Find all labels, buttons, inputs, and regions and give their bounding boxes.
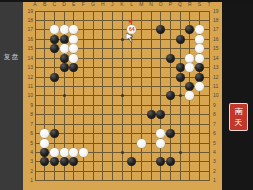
board-vline bbox=[141, 11, 142, 181]
row-label-right: 19 bbox=[213, 9, 222, 14]
row-label-right: 11 bbox=[213, 84, 222, 89]
row-label-right: 4 bbox=[213, 150, 222, 155]
row-label-right: 10 bbox=[213, 93, 222, 98]
row-label-right: 15 bbox=[213, 46, 222, 51]
row-label-left: 16 bbox=[24, 37, 33, 42]
row-label-left: 12 bbox=[24, 75, 33, 80]
row-label-right: 12 bbox=[213, 75, 222, 80]
black-stone bbox=[176, 63, 185, 72]
star-point bbox=[179, 151, 182, 154]
row-label-left: 6 bbox=[24, 131, 33, 136]
black-stone bbox=[50, 44, 59, 53]
col-label: G bbox=[90, 2, 96, 7]
black-stone bbox=[50, 35, 59, 44]
white-stone bbox=[40, 139, 49, 148]
white-stone bbox=[69, 35, 78, 44]
black-stone bbox=[50, 157, 59, 166]
row-label-left: 11 bbox=[24, 84, 33, 89]
black-stone bbox=[40, 148, 49, 157]
row-label-left: 7 bbox=[24, 122, 33, 127]
row-label-right: 8 bbox=[213, 112, 222, 117]
board-hline bbox=[35, 180, 209, 181]
board-hline bbox=[35, 124, 209, 125]
star-point bbox=[121, 151, 124, 154]
black-stone bbox=[166, 157, 175, 166]
white-stone bbox=[185, 91, 194, 100]
row-label-left: 3 bbox=[24, 159, 33, 164]
row-label-right: 7 bbox=[213, 122, 222, 127]
col-label: J bbox=[109, 2, 115, 7]
board-hline bbox=[35, 105, 209, 106]
go-board[interactable]: ABCDEFGHJKLMNOPQRST191918181717161615151… bbox=[23, 0, 222, 190]
white-stone bbox=[79, 148, 88, 157]
white-stone bbox=[195, 35, 204, 44]
white-stone bbox=[156, 129, 165, 138]
col-label: O bbox=[158, 2, 164, 7]
black-stone bbox=[156, 110, 165, 119]
white-stone bbox=[195, 44, 204, 53]
black-stone bbox=[156, 25, 165, 34]
col-label: B bbox=[42, 2, 48, 7]
star-point bbox=[179, 94, 182, 97]
black-stone bbox=[60, 157, 69, 166]
row-label-right: 14 bbox=[213, 56, 222, 61]
black-stone bbox=[176, 35, 185, 44]
col-label: R bbox=[187, 2, 193, 7]
white-stone bbox=[50, 25, 59, 34]
col-label: E bbox=[71, 2, 77, 7]
row-label-left: 8 bbox=[24, 112, 33, 117]
row-label-right: 13 bbox=[213, 65, 222, 70]
board-hline bbox=[35, 171, 209, 172]
black-stone bbox=[166, 129, 175, 138]
row-label-right: 2 bbox=[213, 169, 222, 174]
col-label: K bbox=[119, 2, 125, 7]
row-label-left: 19 bbox=[24, 9, 33, 14]
col-label: S bbox=[196, 2, 202, 7]
badge-char-bottom: 天 bbox=[235, 117, 243, 128]
row-label-left: 1 bbox=[24, 178, 33, 183]
row-label-left: 13 bbox=[24, 65, 33, 70]
col-label: P bbox=[167, 2, 173, 7]
white-stone bbox=[60, 25, 69, 34]
col-label: L bbox=[129, 2, 135, 7]
white-stone bbox=[40, 129, 49, 138]
row-label-right: 5 bbox=[213, 141, 222, 146]
white-stone bbox=[69, 54, 78, 63]
star-point bbox=[121, 38, 124, 41]
row-label-left: 5 bbox=[24, 141, 33, 146]
white-stone bbox=[137, 139, 146, 148]
col-label: N bbox=[148, 2, 154, 7]
col-label: D bbox=[61, 2, 67, 7]
mouse-cursor-icon bbox=[126, 33, 134, 43]
black-stone bbox=[166, 91, 175, 100]
black-stone bbox=[147, 110, 156, 119]
black-stone bbox=[69, 63, 78, 72]
black-stone bbox=[185, 82, 194, 91]
white-stone bbox=[195, 82, 204, 91]
black-stone bbox=[195, 73, 204, 82]
black-stone bbox=[60, 35, 69, 44]
white-stone bbox=[185, 63, 194, 72]
white-stone bbox=[195, 54, 204, 63]
row-label-left: 10 bbox=[24, 93, 33, 98]
col-label: C bbox=[51, 2, 57, 7]
black-stone bbox=[166, 54, 175, 63]
board-vline bbox=[151, 11, 152, 181]
brand-badge: 南 天 bbox=[229, 103, 248, 131]
black-stone bbox=[185, 25, 194, 34]
board-hline bbox=[35, 133, 209, 134]
row-label-left: 2 bbox=[24, 169, 33, 174]
black-stone bbox=[176, 73, 185, 82]
col-label: T bbox=[206, 2, 212, 7]
black-stone bbox=[60, 54, 69, 63]
col-label: F bbox=[80, 2, 86, 7]
board-hline bbox=[35, 143, 209, 144]
white-stone bbox=[69, 44, 78, 53]
row-label-left: 15 bbox=[24, 46, 33, 51]
row-label-right: 6 bbox=[213, 131, 222, 136]
white-stone bbox=[156, 139, 165, 148]
black-stone bbox=[69, 157, 78, 166]
black-stone bbox=[50, 129, 59, 138]
white-stone bbox=[195, 25, 204, 34]
row-label-right: 9 bbox=[213, 103, 222, 108]
window-top-edge bbox=[0, 0, 253, 2]
col-label: H bbox=[100, 2, 106, 7]
badge-char-top: 南 bbox=[235, 106, 243, 117]
white-stone bbox=[69, 25, 78, 34]
row-label-right: 16 bbox=[213, 37, 222, 42]
white-stone bbox=[185, 54, 194, 63]
black-stone bbox=[50, 73, 59, 82]
board-vline bbox=[209, 11, 210, 181]
board-hline bbox=[35, 114, 209, 115]
white-stone bbox=[60, 44, 69, 53]
white-stone bbox=[60, 148, 69, 157]
row-label-right: 18 bbox=[213, 18, 222, 23]
row-label-left: 17 bbox=[24, 27, 33, 32]
col-label: A bbox=[32, 2, 38, 7]
col-label: Q bbox=[177, 2, 183, 7]
last-move-flag-icon: ⚑ bbox=[128, 19, 133, 25]
go-review-screen: 复盘 ABCDEFGHJKLMNOPQRST191918181717161615… bbox=[0, 0, 253, 190]
row-label-left: 18 bbox=[24, 18, 33, 23]
review-mode-label[interactable]: 复盘 bbox=[0, 52, 23, 62]
black-stone bbox=[195, 63, 204, 72]
white-stone bbox=[69, 148, 78, 157]
black-stone bbox=[40, 157, 49, 166]
row-label-left: 14 bbox=[24, 56, 33, 61]
board-vline bbox=[160, 11, 161, 181]
right-panel bbox=[222, 0, 253, 190]
row-label-right: 17 bbox=[213, 27, 222, 32]
row-label-left: 4 bbox=[24, 150, 33, 155]
left-sidebar: 复盘 bbox=[0, 0, 23, 190]
white-stone bbox=[50, 148, 59, 157]
black-stone bbox=[127, 157, 136, 166]
row-label-right: 3 bbox=[213, 159, 222, 164]
row-label-right: 1 bbox=[213, 178, 222, 183]
black-stone bbox=[60, 63, 69, 72]
col-label: M bbox=[138, 2, 144, 7]
black-stone bbox=[156, 157, 165, 166]
row-label-left: 9 bbox=[24, 103, 33, 108]
